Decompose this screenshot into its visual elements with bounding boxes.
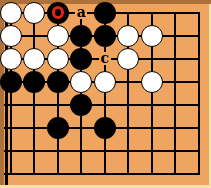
intersection-9-7 <box>187 140 211 163</box>
black-stone <box>70 94 92 116</box>
intersection-8-3 <box>164 47 188 70</box>
intersection-2-7 <box>23 140 47 163</box>
intersection-7-7 <box>140 140 164 163</box>
white-stone <box>0 25 22 47</box>
intersection-6-6 <box>117 116 141 139</box>
intersection-6-7 <box>117 140 141 163</box>
intersection-2-8 <box>23 163 47 186</box>
intersection-3-1 <box>46 1 70 24</box>
intersection-5-3: c <box>93 47 117 70</box>
intersection-7-1 <box>140 1 164 24</box>
intersection-9-6 <box>187 116 211 139</box>
intersection-5-8 <box>93 163 117 186</box>
point-label-a: a <box>75 6 87 19</box>
intersection-6-2 <box>117 24 141 47</box>
intersection-4-4 <box>70 70 94 93</box>
intersection-3-6 <box>46 116 70 139</box>
white-stone <box>117 25 139 47</box>
intersection-6-3 <box>117 47 141 70</box>
white-stone <box>94 71 116 93</box>
intersection-2-5 <box>23 93 47 116</box>
intersection-7-5 <box>140 93 164 116</box>
intersection-5-6 <box>93 116 117 139</box>
intersection-8-5 <box>164 93 188 116</box>
intersection-2-2 <box>23 24 47 47</box>
intersection-3-4 <box>46 70 70 93</box>
black-stone <box>70 48 92 70</box>
go-diagram: ac <box>0 0 211 188</box>
intersection-5-1 <box>93 1 117 24</box>
intersection-7-4 <box>140 70 164 93</box>
black-stone <box>94 2 116 24</box>
black-stone <box>94 25 116 47</box>
intersection-2-1 <box>23 1 47 24</box>
intersection-9-3 <box>187 47 211 70</box>
white-stone <box>23 48 45 70</box>
intersection-8-1 <box>164 1 188 24</box>
intersection-9-4 <box>187 70 211 93</box>
intersection-7-2 <box>140 24 164 47</box>
black-stone <box>47 71 69 93</box>
circle-marker-icon <box>52 6 65 19</box>
intersection-6-8 <box>117 163 141 186</box>
white-stone <box>70 71 92 93</box>
intersection-6-5 <box>117 93 141 116</box>
white-stone <box>23 2 45 24</box>
white-stone <box>141 71 163 93</box>
white-stone <box>141 25 163 47</box>
intersection-7-6 <box>140 116 164 139</box>
intersection-8-8 <box>164 163 188 186</box>
intersection-3-8 <box>46 163 70 186</box>
intersection-9-5 <box>187 93 211 116</box>
white-stone <box>0 48 22 70</box>
intersection-4-8 <box>70 163 94 186</box>
intersection-5-2 <box>93 24 117 47</box>
intersection-2-3 <box>23 47 47 70</box>
black-stone <box>94 117 116 139</box>
intersection-4-6 <box>70 116 94 139</box>
black-stone <box>23 71 45 93</box>
intersection-3-2 <box>46 24 70 47</box>
intersection-4-1: a <box>70 1 94 24</box>
intersection-9-8 <box>187 163 211 186</box>
white-stone <box>47 48 69 70</box>
intersection-1-3 <box>0 47 23 70</box>
marked-black-stone <box>47 2 69 24</box>
intersection-4-2 <box>70 24 94 47</box>
intersection-8-2 <box>164 24 188 47</box>
intersection-1-4 <box>0 70 23 93</box>
intersection-7-3 <box>140 47 164 70</box>
intersection-7-8 <box>140 163 164 186</box>
intersection-5-4 <box>93 70 117 93</box>
intersection-3-7 <box>46 140 70 163</box>
point-label-c: c <box>99 52 111 65</box>
intersection-6-4 <box>117 70 141 93</box>
white-stone <box>117 48 139 70</box>
intersection-5-7 <box>93 140 117 163</box>
intersection-4-5 <box>70 93 94 116</box>
white-stone <box>0 2 22 24</box>
border-bottom <box>0 185 211 188</box>
intersection-3-5 <box>46 93 70 116</box>
intersection-3-3 <box>46 47 70 70</box>
intersection-1-2 <box>0 24 23 47</box>
intersection-9-1 <box>187 1 211 24</box>
intersection-2-4 <box>23 70 47 93</box>
intersection-4-3 <box>70 47 94 70</box>
intersection-4-7 <box>70 140 94 163</box>
intersection-9-2 <box>187 24 211 47</box>
white-stone <box>47 25 69 47</box>
intersection-6-1 <box>117 1 141 24</box>
intersection-8-7 <box>164 140 188 163</box>
intersection-2-6 <box>23 116 47 139</box>
intersection-8-4 <box>164 70 188 93</box>
border-right <box>209 4 211 185</box>
black-stone <box>47 117 69 139</box>
intersection-8-6 <box>164 116 188 139</box>
intersection-5-5 <box>93 93 117 116</box>
black-stone <box>70 25 92 47</box>
go-board: ac <box>0 1 211 186</box>
intersection-1-1 <box>0 1 23 24</box>
black-stone <box>0 71 22 93</box>
